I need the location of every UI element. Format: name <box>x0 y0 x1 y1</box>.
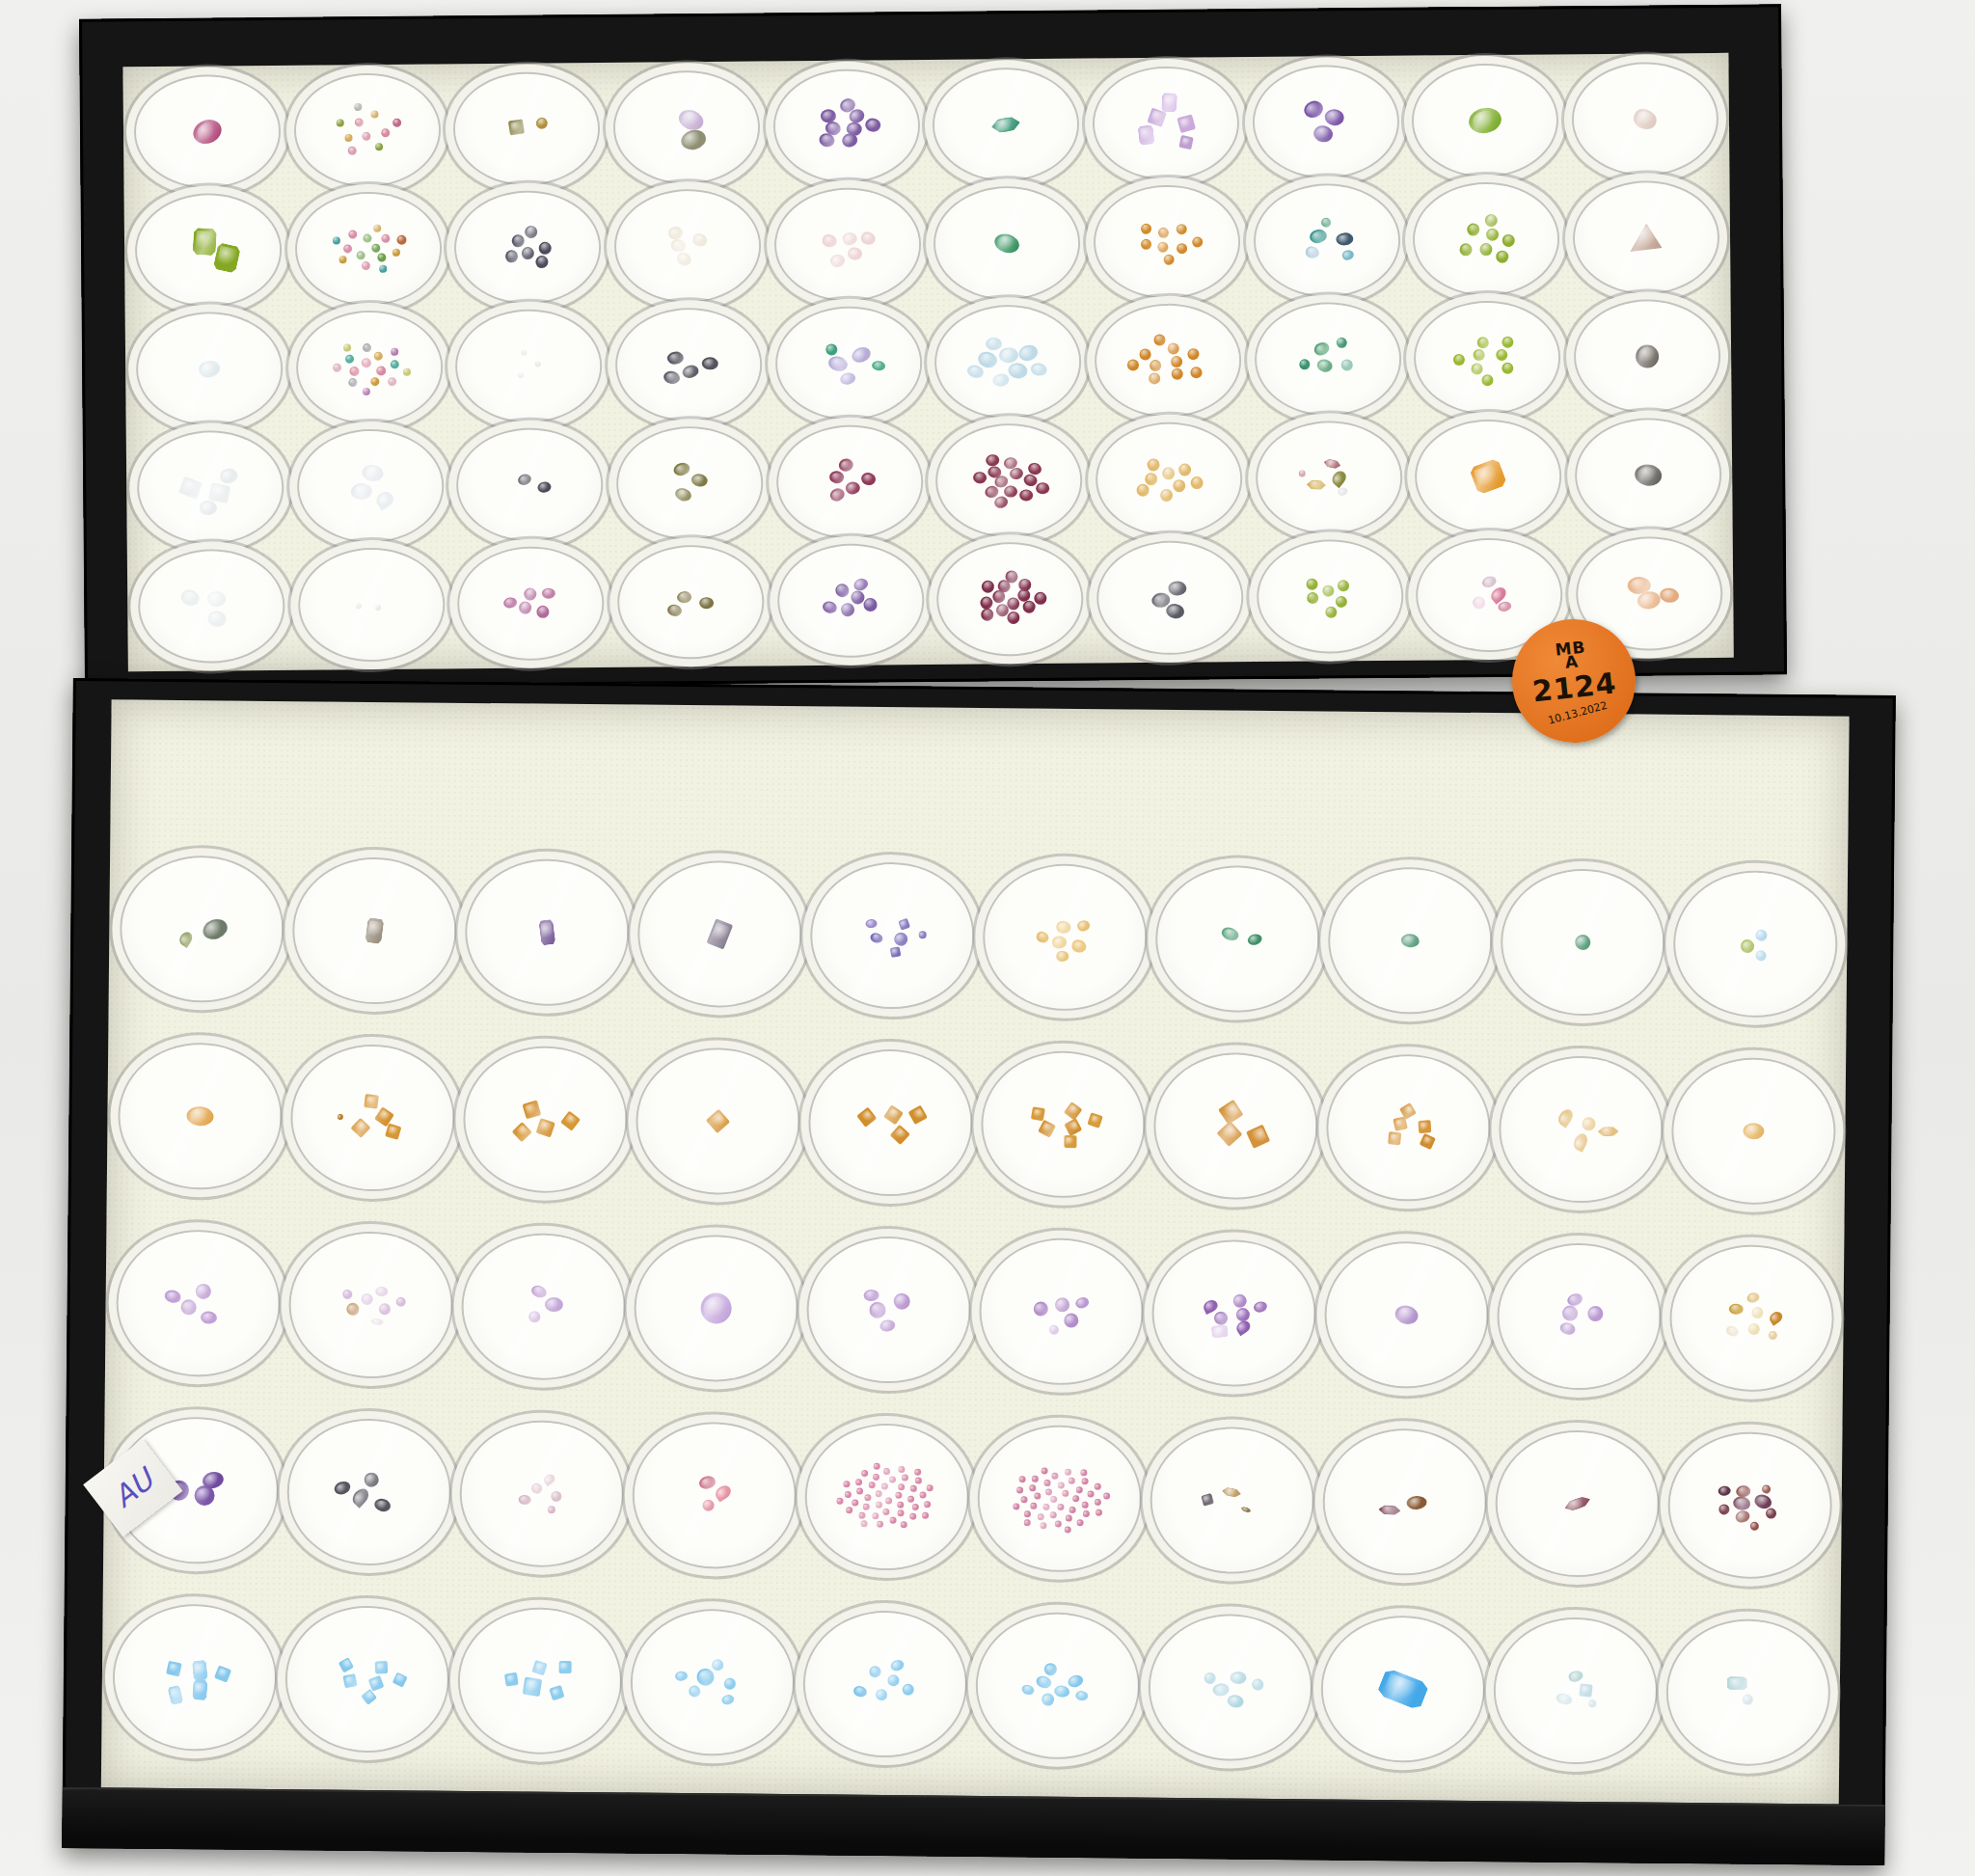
gem-jar <box>119 1044 280 1188</box>
gem <box>1171 356 1182 367</box>
gem <box>350 1118 370 1138</box>
gem <box>1230 1672 1246 1684</box>
gem <box>1306 578 1317 589</box>
gem <box>1145 473 1157 485</box>
gem <box>375 605 381 611</box>
gem-jar <box>635 1237 796 1381</box>
gem-jar <box>935 187 1079 298</box>
gem <box>392 118 401 126</box>
gem <box>701 356 718 369</box>
gem <box>346 1303 359 1316</box>
gem <box>372 1497 392 1513</box>
gem <box>333 363 341 371</box>
gem <box>362 131 370 140</box>
gem-jar <box>1670 1246 1831 1391</box>
gem <box>385 1123 401 1139</box>
gem <box>535 1118 555 1137</box>
gem <box>887 1674 899 1686</box>
gem <box>894 933 907 946</box>
gem <box>517 472 533 486</box>
gem <box>856 1487 863 1494</box>
gem <box>1038 1120 1056 1138</box>
gem-jar <box>614 71 758 182</box>
gem <box>522 349 528 355</box>
gem <box>1632 106 1660 132</box>
gem <box>1055 1297 1069 1312</box>
gem-jar <box>619 546 763 657</box>
gem-jar <box>138 313 282 423</box>
gem <box>1191 367 1203 378</box>
gem <box>1192 236 1203 247</box>
gem <box>1211 1682 1230 1697</box>
gem <box>1219 925 1239 942</box>
gem <box>1064 1118 1082 1136</box>
gem <box>1480 243 1493 256</box>
gem <box>893 1293 909 1310</box>
gem-jar <box>458 429 602 540</box>
gem <box>1157 241 1168 252</box>
sticker-logo-a: A <box>1564 655 1580 669</box>
gem <box>379 264 387 272</box>
gem <box>178 476 203 499</box>
gem-jar <box>1258 540 1402 651</box>
gem-jar <box>296 193 440 304</box>
gem <box>1634 462 1664 487</box>
gem <box>505 250 518 262</box>
gem <box>900 1521 906 1528</box>
gem <box>354 103 362 111</box>
gem <box>1474 349 1485 361</box>
gem-jar <box>937 424 1081 535</box>
gem <box>1045 1488 1052 1495</box>
gem-jar <box>1576 300 1719 411</box>
gem-jar <box>775 189 919 300</box>
gem <box>902 1684 913 1696</box>
gem <box>1233 1319 1252 1336</box>
gem <box>885 1497 892 1504</box>
gem <box>1221 1486 1241 1499</box>
gem <box>1178 134 1193 149</box>
gem <box>691 231 708 247</box>
gem <box>1140 348 1151 360</box>
gem <box>1497 250 1509 262</box>
gem <box>1023 600 1036 612</box>
gem <box>897 1502 904 1509</box>
gem <box>350 482 372 500</box>
gem <box>909 1513 916 1520</box>
gem <box>1035 930 1050 944</box>
gem-jar <box>136 194 280 305</box>
gem <box>1558 1321 1577 1337</box>
gem-jar <box>1154 1054 1315 1199</box>
gem <box>1329 468 1348 488</box>
gem <box>986 453 1001 467</box>
gem-jar <box>1254 66 1397 177</box>
gem <box>820 108 836 122</box>
gem-jar <box>778 545 922 656</box>
gem <box>676 106 706 133</box>
gem <box>895 1492 902 1499</box>
gem <box>1040 1522 1046 1529</box>
gem <box>864 1494 871 1501</box>
gem <box>843 1481 850 1487</box>
gem <box>828 470 844 483</box>
gem <box>1636 344 1659 367</box>
gem-jar: AU <box>116 1418 277 1563</box>
gem <box>674 1671 688 1681</box>
gem <box>1043 1663 1056 1675</box>
gem <box>180 1299 196 1315</box>
gem <box>390 360 398 368</box>
gem <box>862 1504 869 1510</box>
gem <box>1201 1493 1214 1507</box>
gem <box>1054 1520 1061 1527</box>
gem <box>723 1678 735 1690</box>
gem <box>392 1672 407 1688</box>
gem <box>973 471 988 484</box>
gem-jar <box>462 1235 623 1379</box>
gem <box>1064 1135 1076 1148</box>
gem <box>836 1498 843 1505</box>
gem <box>528 1311 540 1322</box>
gem <box>349 1485 371 1508</box>
gem <box>1419 1133 1435 1150</box>
gem <box>846 1507 852 1513</box>
gem <box>1036 482 1049 494</box>
gem <box>1340 248 1355 261</box>
gem <box>356 603 362 609</box>
gem <box>869 932 883 944</box>
gem <box>558 1661 571 1673</box>
gem <box>370 377 379 386</box>
gem <box>349 366 359 375</box>
gem <box>1315 357 1333 372</box>
gem <box>191 1660 207 1681</box>
gem <box>1400 933 1420 948</box>
gem-jar <box>299 549 443 660</box>
gem <box>911 1504 918 1510</box>
gem-jar <box>456 192 600 303</box>
gem <box>200 915 230 942</box>
gem <box>1336 337 1346 347</box>
gem <box>889 946 901 958</box>
gem <box>362 387 369 394</box>
gem <box>909 1485 916 1492</box>
gem <box>538 919 555 946</box>
gem <box>522 247 534 259</box>
gem-jar <box>1095 68 1238 178</box>
gem <box>342 1290 352 1299</box>
gem <box>1057 1504 1064 1510</box>
gem <box>858 1512 865 1519</box>
gem <box>1322 457 1341 470</box>
gem-jar <box>777 426 921 537</box>
gem <box>681 363 700 379</box>
gem <box>1019 578 1032 590</box>
gem <box>702 1500 714 1511</box>
gem <box>1482 374 1494 386</box>
gem-jar <box>1416 302 1559 413</box>
gem <box>166 1661 182 1677</box>
gem <box>373 224 381 231</box>
gem <box>525 225 537 237</box>
gem <box>700 1292 731 1323</box>
gem <box>1048 1325 1058 1335</box>
gem-jar <box>616 190 760 301</box>
gem <box>192 1679 207 1700</box>
gem <box>1149 372 1160 384</box>
gem <box>1308 228 1328 245</box>
gem <box>369 1318 384 1326</box>
gem <box>338 1657 353 1672</box>
gem <box>901 1475 907 1482</box>
gem <box>863 598 877 612</box>
gem-jar <box>632 1611 793 1755</box>
gem <box>1481 574 1499 589</box>
gem <box>1007 597 1019 610</box>
gem <box>529 1284 548 1299</box>
gem <box>536 255 549 267</box>
gem <box>1312 340 1331 357</box>
gem <box>1168 342 1179 354</box>
gem <box>706 918 733 949</box>
gem <box>199 500 217 516</box>
gem <box>1004 485 1017 497</box>
gem <box>898 1466 905 1473</box>
gem <box>503 1672 518 1687</box>
gem <box>1477 337 1489 348</box>
gem <box>1235 1308 1249 1321</box>
gem <box>1008 362 1029 379</box>
gem <box>844 1491 851 1498</box>
gem <box>1406 1495 1427 1510</box>
gem <box>1743 1123 1764 1140</box>
gem-jar <box>1097 423 1241 534</box>
bottom-tray: AU <box>62 678 1896 1865</box>
sticker-logo: MB A <box>1555 640 1588 670</box>
gem <box>672 460 691 476</box>
gem <box>343 343 351 351</box>
gem <box>852 1685 867 1699</box>
gem <box>371 243 380 252</box>
gem-jar <box>1327 1055 1488 1200</box>
gem <box>1042 1693 1054 1705</box>
gem <box>914 1469 921 1476</box>
gem <box>1468 223 1480 235</box>
gem <box>1765 1509 1775 1519</box>
gem <box>1388 1131 1401 1145</box>
gem <box>388 377 396 386</box>
gem <box>1226 1694 1244 1709</box>
gem <box>1486 228 1499 240</box>
gem <box>1094 1499 1100 1506</box>
gem <box>1064 1469 1070 1476</box>
gem <box>1575 935 1590 950</box>
gem <box>864 117 880 132</box>
gem <box>875 1689 886 1700</box>
gem-jar <box>618 427 762 538</box>
top-tray <box>79 4 1787 689</box>
gem-jar <box>634 1424 795 1568</box>
gem-jar <box>295 74 439 185</box>
gem-jar <box>286 1607 447 1752</box>
gem <box>535 361 541 367</box>
gem <box>666 603 683 617</box>
gem <box>544 1297 562 1312</box>
gem <box>1726 1676 1746 1690</box>
gem <box>882 1509 889 1515</box>
gem <box>518 372 524 378</box>
gem <box>1204 1672 1215 1684</box>
gem-jar <box>1096 305 1240 416</box>
gem-jar <box>638 862 799 1007</box>
gem <box>1051 1473 1058 1480</box>
gem <box>1460 243 1473 256</box>
gem <box>531 1660 547 1675</box>
gem <box>1597 1127 1618 1136</box>
gem <box>1301 97 1325 120</box>
gem <box>1246 1125 1270 1149</box>
gem <box>1751 1307 1763 1319</box>
gem <box>347 146 356 154</box>
gem <box>851 590 864 604</box>
gem-jar <box>807 1237 968 1382</box>
gem-jar <box>1098 542 1242 653</box>
gem <box>1191 476 1204 489</box>
gem <box>1562 1494 1591 1513</box>
gem <box>1298 470 1305 476</box>
gem <box>364 1473 378 1487</box>
gem <box>1148 458 1160 471</box>
gem-jar <box>938 543 1082 654</box>
gem <box>1755 950 1766 961</box>
gem <box>863 1290 879 1302</box>
gem <box>859 471 877 486</box>
gem <box>1210 1324 1228 1339</box>
gem <box>982 580 994 592</box>
gem-jar <box>774 70 918 181</box>
gem <box>511 1122 531 1142</box>
gem <box>1013 1503 1019 1509</box>
gem <box>560 1111 581 1131</box>
gem-jar <box>459 1609 620 1754</box>
gem <box>1034 1493 1041 1500</box>
gem <box>1172 367 1183 379</box>
gem <box>1305 246 1319 258</box>
gem <box>907 1496 914 1503</box>
gem <box>671 238 687 252</box>
gem <box>1579 1683 1592 1697</box>
gem <box>1082 1510 1089 1517</box>
gem <box>883 1104 904 1125</box>
gem <box>1066 1673 1084 1689</box>
gem <box>1017 342 1041 364</box>
gem <box>1240 1506 1252 1513</box>
gem <box>361 260 369 269</box>
gem-jar <box>1151 1428 1312 1573</box>
gem <box>667 225 685 240</box>
gem <box>1008 611 1020 623</box>
gem <box>859 231 877 246</box>
gem <box>1051 935 1068 949</box>
gem <box>924 1501 931 1508</box>
gem <box>868 1482 875 1488</box>
gem <box>395 1297 405 1307</box>
gem <box>877 1521 883 1528</box>
gem <box>1567 1669 1584 1683</box>
gem <box>1023 1510 1030 1517</box>
gem <box>1069 1507 1075 1513</box>
gem <box>1741 939 1754 953</box>
gem <box>1338 580 1349 591</box>
gem <box>1164 254 1175 264</box>
gem-jar <box>1096 186 1239 297</box>
gem <box>374 1661 388 1674</box>
gem-jar <box>1256 303 1399 414</box>
gem <box>219 466 239 484</box>
gem <box>1095 1509 1101 1516</box>
gem-jar <box>457 311 601 421</box>
gem <box>1562 1306 1578 1321</box>
gem <box>1018 1476 1025 1482</box>
gem-jar <box>117 1231 278 1375</box>
gem <box>1141 223 1151 233</box>
gem <box>888 1658 905 1672</box>
gem <box>343 244 352 253</box>
gem-jar <box>121 856 282 1001</box>
gem <box>1074 1690 1088 1701</box>
gem <box>338 256 346 263</box>
gem <box>888 1476 895 1482</box>
gem <box>542 587 555 598</box>
gem-jar <box>1498 1244 1659 1389</box>
gem <box>1555 1106 1575 1128</box>
gem <box>336 119 343 126</box>
gem <box>185 1105 213 1127</box>
gem-jar <box>1667 1620 1828 1765</box>
gem <box>1158 227 1169 237</box>
gem <box>1063 1101 1082 1121</box>
gem <box>992 372 1011 388</box>
gem-jar <box>459 548 603 659</box>
gem <box>1161 93 1177 113</box>
gem <box>1571 1131 1590 1153</box>
gem <box>354 118 363 126</box>
gem <box>1081 1502 1088 1509</box>
gem <box>663 369 681 385</box>
gem <box>342 1673 357 1688</box>
gem <box>337 1114 342 1120</box>
gem <box>1555 1692 1573 1706</box>
gem <box>1037 1513 1043 1520</box>
gem <box>377 253 386 261</box>
gem <box>673 485 692 503</box>
gem <box>1035 591 1047 604</box>
gem-jar <box>1156 867 1317 1012</box>
gem <box>364 1094 379 1109</box>
gem <box>392 248 399 256</box>
gem <box>861 1470 868 1477</box>
gem <box>1718 1504 1729 1514</box>
gem <box>1023 1519 1030 1526</box>
gem <box>1053 1685 1069 1699</box>
gem-jar <box>934 68 1078 179</box>
gem <box>208 482 230 503</box>
gem <box>370 110 378 118</box>
gem <box>850 344 873 365</box>
gem <box>679 127 708 152</box>
gem <box>197 358 222 379</box>
